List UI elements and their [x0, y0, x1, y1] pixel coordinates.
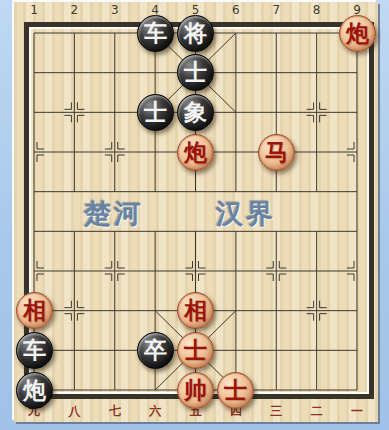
file-label-bottom-9: 一: [346, 403, 368, 420]
position-marker: [118, 274, 125, 281]
position-marker: [37, 261, 44, 268]
file-label-bottom-3: 七: [104, 403, 126, 420]
file-label-top-8: 8: [306, 3, 328, 17]
position-marker: [77, 115, 84, 122]
piece-red-advisor[interactable]: 士: [177, 332, 214, 369]
file-label-top-6: 6: [225, 3, 247, 17]
position-marker: [347, 155, 354, 162]
position-marker: [186, 274, 193, 281]
position-marker: [320, 102, 327, 109]
position-marker: [77, 301, 84, 308]
position-marker: [307, 115, 314, 122]
piece-black-chariot[interactable]: 车: [137, 15, 174, 52]
position-marker: [64, 314, 71, 321]
position-marker: [279, 261, 286, 268]
piece-black-elephant[interactable]: 象: [177, 94, 214, 131]
file-label-bottom-8: 二: [306, 403, 328, 420]
position-marker: [77, 102, 84, 109]
piece-black-advisor[interactable]: 士: [177, 54, 214, 91]
file-label-bottom-4: 六: [144, 403, 166, 420]
position-marker: [105, 261, 112, 268]
position-marker: [320, 301, 327, 308]
piece-red-cannon[interactable]: 炮: [177, 134, 214, 171]
piece-red-general[interactable]: 帅: [177, 372, 214, 409]
position-marker: [307, 301, 314, 308]
position-marker: [118, 261, 125, 268]
piece-red-cannon[interactable]: 炮: [339, 15, 376, 52]
position-marker: [186, 261, 193, 268]
position-marker: [105, 155, 112, 162]
river-label-left: 楚河: [84, 196, 144, 232]
position-marker: [199, 261, 206, 268]
position-marker: [266, 261, 273, 268]
piece-black-general[interactable]: 将: [177, 15, 214, 52]
piece-red-advisor[interactable]: 士: [217, 372, 254, 409]
position-marker: [320, 314, 327, 321]
piece-black-advisor[interactable]: 士: [137, 94, 174, 131]
file-label-bottom-7: 三: [265, 403, 287, 420]
file-label-top-3: 3: [104, 3, 126, 17]
file-label-top-2: 2: [63, 3, 85, 17]
piece-red-elephant[interactable]: 相: [16, 292, 53, 329]
position-marker: [118, 155, 125, 162]
position-marker: [199, 274, 206, 281]
position-marker: [347, 142, 354, 149]
piece-red-horse[interactable]: 马: [258, 134, 295, 171]
piece-black-chariot[interactable]: 车: [16, 332, 53, 369]
position-marker: [77, 314, 84, 321]
position-marker: [105, 142, 112, 149]
file-label-bottom-2: 八: [63, 403, 85, 420]
position-marker: [320, 115, 327, 122]
file-label-top-7: 7: [265, 3, 287, 17]
xiangqi-board-window: 123456789 九八七六五四三二一 楚河 汉界 车将炮士士象炮马相相车卒士炮…: [0, 0, 389, 430]
position-marker: [37, 274, 44, 281]
position-marker: [347, 261, 354, 268]
position-marker: [37, 155, 44, 162]
file-label-top-1: 1: [23, 3, 45, 17]
position-marker: [64, 115, 71, 122]
position-marker: [64, 102, 71, 109]
position-marker: [118, 142, 125, 149]
position-marker: [37, 142, 44, 149]
piece-red-elephant[interactable]: 相: [177, 292, 214, 329]
river-label-right: 汉界: [216, 196, 276, 232]
position-marker: [307, 102, 314, 109]
position-marker: [266, 274, 273, 281]
piece-black-cannon[interactable]: 炮: [16, 372, 53, 409]
position-marker: [105, 274, 112, 281]
position-marker: [279, 274, 286, 281]
piece-black-soldier[interactable]: 卒: [137, 332, 174, 369]
position-marker: [307, 314, 314, 321]
position-marker: [64, 301, 71, 308]
position-marker: [347, 274, 354, 281]
